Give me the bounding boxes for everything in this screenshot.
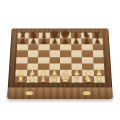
piece-white-bishop[interactable]: ♝ [39, 74, 48, 83]
square-b1[interactable]: ♞ [26, 76, 37, 83]
box-front-panel [7, 87, 113, 99]
piece-white-knight[interactable]: ♞ [84, 74, 93, 83]
piece-white-king[interactable]: ♚ [60, 73, 71, 84]
square-a1[interactable]: ♜ [15, 76, 27, 83]
piece-white-queen[interactable]: ♛ [50, 73, 60, 83]
hinge-icon [25, 91, 33, 95]
hinge-icon [83, 91, 91, 95]
square-h1[interactable]: ♜ [94, 76, 106, 83]
piece-white-rook[interactable]: ♜ [17, 75, 25, 83]
square-e1[interactable]: ♚ [60, 76, 71, 83]
square-f1[interactable]: ♝ [71, 76, 82, 83]
square-d1[interactable]: ♛ [49, 76, 60, 83]
board-frame: ♜♞♝♛♚♝♞♜♟♟♟♟♟♟♟♟♟♟♟♟♟♟♟♟♜♞♝♛♚♝♞♜ [8, 29, 112, 88]
piece-white-knight[interactable]: ♞ [27, 74, 36, 83]
chess-box: ♜♞♝♛♚♝♞♜♟♟♟♟♟♟♟♟♟♟♟♟♟♟♟♟♜♞♝♛♚♝♞♜ [7, 29, 113, 99]
square-g1[interactable]: ♞ [82, 76, 93, 83]
square-c1[interactable]: ♝ [37, 76, 48, 83]
piece-white-bishop[interactable]: ♝ [72, 74, 81, 83]
piece-white-rook[interactable]: ♜ [95, 75, 103, 83]
chess-board: ♜♞♝♛♚♝♞♜♟♟♟♟♟♟♟♟♟♟♟♟♟♟♟♟♜♞♝♛♚♝♞♜ [15, 33, 105, 83]
product-photo: ♜♞♝♛♚♝♞♜♟♟♟♟♟♟♟♟♟♟♟♟♟♟♟♟♜♞♝♛♚♝♞♜ [0, 0, 120, 120]
